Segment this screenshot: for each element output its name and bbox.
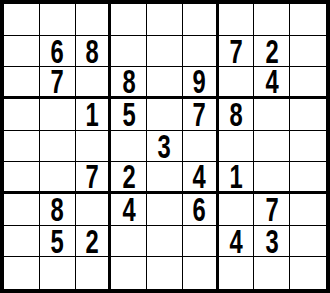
cell-r7c1[interactable] [4, 194, 40, 226]
given-digit: 2 [265, 36, 278, 68]
given-digit: 8 [51, 194, 64, 226]
cell-r1c7[interactable] [219, 4, 255, 36]
cell-r8c1[interactable] [4, 226, 40, 258]
given-digit: 7 [229, 36, 242, 68]
cell-r6c6[interactable]: 4 [183, 162, 219, 194]
given-digit: 7 [85, 162, 98, 193]
cell-r2c7[interactable]: 7 [219, 36, 255, 68]
given-digit: 1 [85, 99, 98, 131]
given-digit: 8 [122, 67, 135, 98]
given-digit: 6 [193, 194, 206, 226]
cell-r7c9[interactable] [290, 194, 326, 226]
given-digit: 9 [193, 67, 206, 98]
cell-r8c7[interactable]: 4 [219, 226, 255, 258]
cell-r6c9[interactable] [290, 162, 326, 194]
cell-r9c7[interactable] [219, 257, 255, 289]
cell-r6c8[interactable] [254, 162, 290, 194]
cell-r3c8[interactable]: 4 [254, 67, 290, 99]
cell-r6c3[interactable]: 7 [76, 162, 112, 194]
cell-r9c9[interactable] [290, 257, 326, 289]
cell-r1c9[interactable] [290, 4, 326, 36]
cell-r6c2[interactable] [40, 162, 76, 194]
cell-r9c4[interactable] [111, 257, 147, 289]
cell-r5c3[interactable] [76, 131, 112, 163]
given-digit: 5 [122, 99, 135, 131]
given-digit: 5 [51, 226, 64, 258]
cell-r1c6[interactable] [183, 4, 219, 36]
cell-r3c1[interactable] [4, 67, 40, 99]
given-digit: 4 [229, 226, 242, 258]
cell-r9c1[interactable] [4, 257, 40, 289]
cell-r8c5[interactable] [147, 226, 183, 258]
cell-r1c1[interactable] [4, 4, 40, 36]
given-digit: 3 [265, 226, 278, 258]
cell-r4c2[interactable] [40, 99, 76, 131]
cell-r6c1[interactable] [4, 162, 40, 194]
cell-r2c2[interactable]: 6 [40, 36, 76, 68]
cell-r6c5[interactable] [147, 162, 183, 194]
cell-r1c5[interactable] [147, 4, 183, 36]
given-digit: 4 [265, 67, 278, 98]
cell-r3c9[interactable] [290, 67, 326, 99]
cell-r1c2[interactable] [40, 4, 76, 36]
cell-r2c4[interactable] [111, 36, 147, 68]
cell-r3c5[interactable] [147, 67, 183, 99]
given-digit: 7 [193, 99, 206, 131]
given-digit: 2 [85, 226, 98, 258]
cell-r5c1[interactable] [4, 131, 40, 163]
cell-r4c6[interactable]: 7 [183, 99, 219, 131]
given-digit: 7 [51, 67, 64, 98]
cell-r3c6[interactable]: 9 [183, 67, 219, 99]
given-digit: 8 [229, 99, 242, 131]
cell-r8c4[interactable] [111, 226, 147, 258]
cell-r1c4[interactable] [111, 4, 147, 36]
cell-r8c3[interactable]: 2 [76, 226, 112, 258]
cell-r7c8[interactable]: 7 [254, 194, 290, 226]
cell-r2c3[interactable]: 8 [76, 36, 112, 68]
cell-r2c5[interactable] [147, 36, 183, 68]
cell-r4c7[interactable]: 8 [219, 99, 255, 131]
cell-r7c6[interactable]: 6 [183, 194, 219, 226]
cell-r4c9[interactable] [290, 99, 326, 131]
given-digit: 1 [229, 162, 242, 193]
cell-r2c6[interactable] [183, 36, 219, 68]
cell-r4c4[interactable]: 5 [111, 99, 147, 131]
cell-r4c8[interactable] [254, 99, 290, 131]
given-digit: 4 [122, 194, 135, 226]
cell-r5c8[interactable] [254, 131, 290, 163]
cell-r2c9[interactable] [290, 36, 326, 68]
cell-r2c1[interactable] [4, 36, 40, 68]
given-digit: 6 [51, 36, 64, 68]
cell-r5c4[interactable] [111, 131, 147, 163]
given-digit: 4 [193, 162, 206, 193]
given-digit: 8 [85, 36, 98, 68]
cell-r7c2[interactable]: 8 [40, 194, 76, 226]
cell-r5c2[interactable] [40, 131, 76, 163]
cell-r7c7[interactable] [219, 194, 255, 226]
cell-r1c8[interactable] [254, 4, 290, 36]
cell-r4c3[interactable]: 1 [76, 99, 112, 131]
cell-r4c1[interactable] [4, 99, 40, 131]
cell-r3c4[interactable]: 8 [111, 67, 147, 99]
cell-r6c7[interactable]: 1 [219, 162, 255, 194]
cell-r8c8[interactable]: 3 [254, 226, 290, 258]
cell-r8c2[interactable]: 5 [40, 226, 76, 258]
cell-r9c6[interactable] [183, 257, 219, 289]
given-digit: 7 [265, 194, 278, 226]
cell-r5c6[interactable] [183, 131, 219, 163]
sudoku-board: 6872789415783724184675243 [0, 0, 330, 293]
given-digit: 3 [158, 131, 171, 163]
cell-r9c3[interactable] [76, 257, 112, 289]
cell-r8c9[interactable] [290, 226, 326, 258]
cell-r9c2[interactable] [40, 257, 76, 289]
cell-r2c8[interactable]: 2 [254, 36, 290, 68]
cell-r6c4[interactable]: 2 [111, 162, 147, 194]
cell-r7c3[interactable] [76, 194, 112, 226]
cell-r3c2[interactable]: 7 [40, 67, 76, 99]
cell-r9c8[interactable] [254, 257, 290, 289]
cell-r7c5[interactable] [147, 194, 183, 226]
cell-r1c3[interactable] [76, 4, 112, 36]
cell-r7c4[interactable]: 4 [111, 194, 147, 226]
given-digit: 2 [122, 162, 135, 193]
cell-r5c7[interactable] [219, 131, 255, 163]
cell-r9c5[interactable] [147, 257, 183, 289]
cell-r3c3[interactable] [76, 67, 112, 99]
cell-r8c6[interactable] [183, 226, 219, 258]
cell-r5c5[interactable]: 3 [147, 131, 183, 163]
cell-r3c7[interactable] [219, 67, 255, 99]
cell-r5c9[interactable] [290, 131, 326, 163]
cell-r4c5[interactable] [147, 99, 183, 131]
